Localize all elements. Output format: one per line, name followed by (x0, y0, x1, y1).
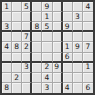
sudoku-cell-r4c9[interactable] (83, 32, 93, 42)
sudoku-cell-r7c5[interactable]: 2 (42, 63, 52, 73)
sudoku-cell-r1c9[interactable]: 4 (83, 2, 93, 12)
sudoku-cell-r8c4[interactable] (32, 73, 42, 83)
sudoku-cell-r6c2[interactable] (12, 53, 22, 63)
sudoku-cell-r3c3[interactable] (22, 22, 32, 32)
sudoku-cell-r4c6[interactable] (53, 32, 63, 42)
sudoku-cell-r9c6[interactable] (53, 83, 63, 93)
sudoku-cell-r8c5[interactable]: 4 (42, 73, 52, 83)
sudoku-cell-r8c6[interactable] (53, 73, 63, 83)
sudoku-cell-r5c5[interactable] (42, 42, 52, 52)
sudoku-cell-r2c3[interactable] (22, 12, 32, 22)
sudoku-cell-r5c7[interactable]: 1 (63, 42, 73, 52)
sudoku-cell-r5c1[interactable]: 4 (2, 42, 12, 52)
sudoku-cell-r1c1[interactable]: 1 (2, 2, 12, 12)
sudoku-cell-r2c5[interactable]: 1 (42, 12, 52, 22)
sudoku-cell-r1c4[interactable] (32, 2, 42, 12)
sudoku-cell-r6c8[interactable] (73, 53, 83, 63)
sudoku-cell-r1c2[interactable] (12, 2, 22, 12)
sudoku-cell-r4c1[interactable] (2, 32, 12, 42)
sudoku-cell-r3c1[interactable]: 3 (2, 22, 12, 32)
sudoku-cell-r8c9[interactable] (83, 73, 93, 83)
sudoku-cell-r2c8[interactable]: 3 (73, 12, 83, 22)
sudoku-cell-r7c9[interactable]: 1 (83, 63, 93, 73)
sudoku-cell-r3c6[interactable] (53, 22, 63, 32)
sudoku-cell-r7c4[interactable] (32, 63, 42, 73)
sudoku-cell-r9c7[interactable]: 4 (63, 83, 73, 93)
sudoku-cell-r3c9[interactable] (83, 22, 93, 32)
sudoku-cell-r6c1[interactable] (2, 53, 12, 63)
sudoku-cell-r6c3[interactable] (22, 53, 32, 63)
sudoku-board: 1594133859748219763291248346 (0, 0, 95, 95)
sudoku-cell-r9c5[interactable]: 3 (42, 83, 52, 93)
sudoku-cell-r7c8[interactable] (73, 63, 83, 73)
sudoku-cell-r4c2[interactable] (12, 32, 22, 42)
sudoku-cell-r7c6[interactable]: 9 (53, 63, 63, 73)
sudoku-cell-r1c6[interactable] (53, 2, 63, 12)
sudoku-cell-r1c3[interactable]: 5 (22, 2, 32, 12)
sudoku-cell-r9c3[interactable] (22, 83, 32, 93)
sudoku-cell-r5c9[interactable]: 7 (83, 42, 93, 52)
sudoku-cell-r9c1[interactable]: 8 (2, 83, 12, 93)
sudoku-cell-r3c8[interactable] (73, 22, 83, 32)
sudoku-cell-r5c3[interactable]: 2 (22, 42, 32, 52)
sudoku-cell-r8c3[interactable] (22, 73, 32, 83)
sudoku-cell-r6c6[interactable] (53, 53, 63, 63)
sudoku-cell-r3c4[interactable]: 8 (32, 22, 42, 32)
sudoku-cell-r6c9[interactable] (83, 53, 93, 63)
sudoku-cell-r9c4[interactable] (32, 83, 42, 93)
sudoku-cell-r8c8[interactable] (73, 73, 83, 83)
sudoku-cell-r2c7[interactable] (63, 12, 73, 22)
sudoku-cell-r7c2[interactable] (12, 63, 22, 73)
sudoku-cell-r8c2[interactable]: 2 (12, 73, 22, 83)
sudoku-cell-r2c6[interactable] (53, 12, 63, 22)
sudoku-cell-r2c4[interactable] (32, 12, 42, 22)
sudoku-cell-r2c9[interactable] (83, 12, 93, 22)
sudoku-cell-r6c5[interactable] (42, 53, 52, 63)
sudoku-cell-r9c8[interactable] (73, 83, 83, 93)
sudoku-cell-r8c7[interactable] (63, 73, 73, 83)
sudoku-cell-r4c7[interactable] (63, 32, 73, 42)
sudoku-cell-r4c8[interactable] (73, 32, 83, 42)
sudoku-cell-r1c8[interactable] (73, 2, 83, 12)
sudoku-cell-r1c5[interactable]: 9 (42, 2, 52, 12)
sudoku-cell-r3c7[interactable]: 9 (63, 22, 73, 32)
sudoku-cell-r9c2[interactable] (12, 83, 22, 93)
sudoku-cell-r4c3[interactable]: 7 (22, 32, 32, 42)
sudoku-cell-r7c7[interactable] (63, 63, 73, 73)
sudoku-cell-r2c1[interactable] (2, 12, 12, 22)
sudoku-cell-r1c7[interactable] (63, 2, 73, 12)
sudoku-cell-r5c8[interactable]: 9 (73, 42, 83, 52)
sudoku-cell-r3c5[interactable]: 5 (42, 22, 52, 32)
sudoku-cell-r4c5[interactable] (42, 32, 52, 42)
sudoku-cell-r7c3[interactable]: 3 (22, 63, 32, 73)
sudoku-cell-r5c2[interactable]: 8 (12, 42, 22, 52)
sudoku-cell-r5c4[interactable] (32, 42, 42, 52)
sudoku-cell-r5c6[interactable] (53, 42, 63, 52)
sudoku-cell-r6c7[interactable]: 6 (63, 53, 73, 63)
sudoku-cell-r2c2[interactable] (12, 12, 22, 22)
sudoku-cell-r4c4[interactable] (32, 32, 42, 42)
sudoku-cell-r9c9[interactable]: 6 (83, 83, 93, 93)
sudoku-cell-r3c2[interactable] (12, 22, 22, 32)
sudoku-cell-r6c4[interactable] (32, 53, 42, 63)
sudoku-cell-r8c1[interactable] (2, 73, 12, 83)
sudoku-cell-r7c1[interactable] (2, 63, 12, 73)
